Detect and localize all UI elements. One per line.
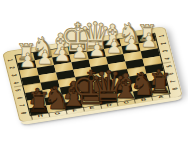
piece-black-rook-a8[interactable]: ♜ <box>148 70 173 97</box>
piece-white-pawn-g2[interactable]: ♟ <box>36 48 53 67</box>
rank-label-3: 3 <box>156 48 174 55</box>
rank-label-4: 4 <box>158 55 176 62</box>
piece-white-pawn-c2[interactable]: ♟ <box>106 37 123 56</box>
piece-white-pawn-e2[interactable]: ♟ <box>71 42 88 61</box>
chess-set-photo: HGFEDCBA 12345678 12345678 ♜♞♝♚♛♝♞♜♟♟♟♟♟… <box>0 0 188 141</box>
piece-white-pawn-b2[interactable]: ♟ <box>123 34 140 53</box>
piece-white-pawn-a2[interactable]: ♟ <box>140 31 157 50</box>
piece-white-pawn-d2[interactable]: ♟ <box>88 40 105 59</box>
piece-white-pawn-h2[interactable]: ♟ <box>19 51 36 70</box>
piece-white-pawn-f2[interactable]: ♟ <box>54 45 71 64</box>
